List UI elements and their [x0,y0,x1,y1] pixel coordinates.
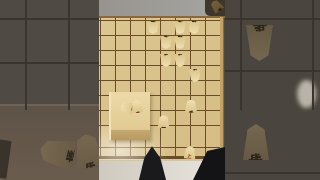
shogi-piece[interactable]: 桂馬 [119,100,134,114]
piece-kanji: 歩兵 [214,5,218,8]
shogi-piece: 歩兵 [246,25,273,61]
piece-kanji: 歩兵 [134,106,139,107]
pieces-layer: 王将金将銀将金将銀将歩兵歩兵歩兵歩兵銀将と金桂馬歩兵歩兵 [99,0,225,180]
shogi-piece-3b[interactable]: 銀将 [174,36,186,49]
blurred-grid-line [240,0,242,110]
blurred-grid-line [25,0,27,110]
video-frame: 桂馬歩兵 歩兵歩兵 王将金将銀将金将銀将歩兵歩兵歩兵歩兵銀将と金桂馬歩兵歩兵 [0,0,320,180]
shogi-piece: 歩兵 [243,124,269,160]
shogi-piece-2f[interactable]: 歩兵 [185,100,197,113]
right-blur-bar: 歩兵歩兵 [225,0,320,180]
piece-kanji: 桂馬 [56,147,59,160]
piece-kanji: 桂馬 [126,104,127,109]
left-bar-stand-edge [0,104,99,106]
blurred-grid-line [0,62,99,64]
blurred-grid-line [225,18,320,20]
piece-kanji: 歩兵 [82,150,95,152]
blurred-grid-line [0,18,99,20]
blurred-grid-line [312,0,314,110]
shogi-piece-5a[interactable]: 王将 [147,21,159,34]
blurred-grid-line [225,70,320,72]
shogi-piece: 歩兵 [208,0,224,14]
video-content: 王将金将銀将金将銀将歩兵歩兵歩兵歩兵銀将と金桂馬歩兵歩兵 [99,0,225,180]
left-blur-bar: 桂馬歩兵 [0,0,99,180]
shogi-piece-2d[interactable]: 歩兵 [189,69,201,82]
shogi-piece-2i[interactable]: と金 [184,145,197,159]
blurred-grid-line [68,0,70,110]
shogi-piece-4b[interactable]: 金将 [160,36,172,49]
blurred-grid-line [225,172,320,174]
shogi-piece-3a[interactable]: 金将 [174,21,186,34]
shogi-piece-3c[interactable]: 歩兵 [174,54,186,67]
shogi-piece-2a[interactable]: 銀将 [188,21,200,34]
piece-kanji: と金 [187,149,193,155]
shogi-piece-4c[interactable]: 歩兵 [160,54,172,67]
shogi-piece-4g[interactable]: 銀将 [158,115,170,128]
